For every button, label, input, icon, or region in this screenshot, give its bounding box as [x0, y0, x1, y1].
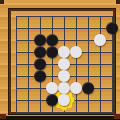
black-stone[interactable]: ● [46, 94, 58, 106]
board-cell: ● [82, 82, 94, 94]
white-stone[interactable]: ● [94, 34, 106, 46]
board-corner-shadow-top-right [116, 0, 120, 4]
black-stone[interactable]: ● [82, 82, 94, 94]
black-stone[interactable]: ● [106, 22, 118, 34]
black-stone[interactable]: ● [46, 46, 58, 58]
black-stone[interactable]: ● [34, 70, 46, 82]
board-cell: ● [106, 22, 118, 34]
white-stone[interactable]: ● [58, 94, 70, 106]
board-cell: ● [70, 82, 82, 94]
go-board[interactable]: ●●●●●●●●●●●●●●●●●● [10, 10, 118, 118]
board-cell: ● [34, 70, 46, 82]
white-stone[interactable]: ● [70, 46, 82, 58]
board-corner-shadow-top-left [0, 0, 4, 4]
board-cell: ● [46, 94, 58, 106]
board-cell: ● [46, 46, 58, 58]
board-cell: ● [70, 46, 82, 58]
board-cell: ● [58, 94, 70, 106]
table-corner-left [0, 114, 6, 119]
go-board-screenshot: ●●●●●●●●●●●●●●●●●● [0, 0, 120, 120]
board-cell: ● [94, 34, 106, 46]
table-edge-strip [0, 116, 120, 120]
white-stone[interactable]: ● [70, 82, 82, 94]
table-corner-right [114, 114, 120, 119]
